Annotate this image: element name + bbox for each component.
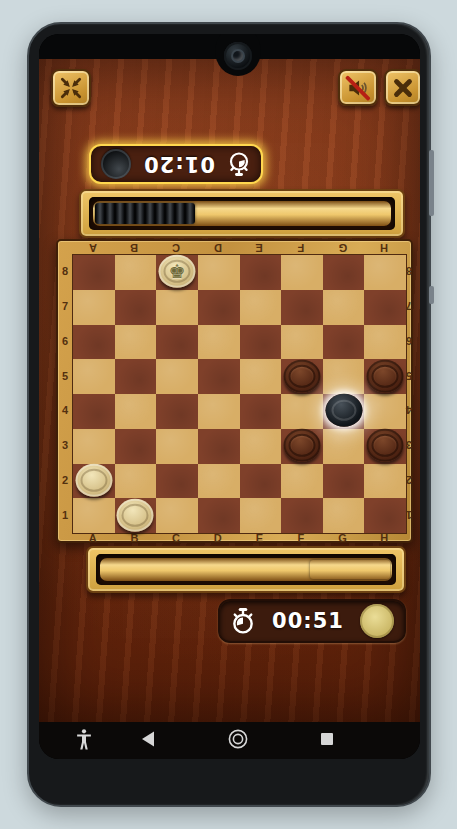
board-grid: ♚	[72, 254, 407, 534]
file-label-bottom-G: G	[338, 532, 347, 544]
square-d5[interactable]	[198, 359, 240, 394]
square-a7[interactable]	[73, 290, 115, 325]
rank-label-right-2: 2	[406, 474, 412, 486]
square-e5[interactable]	[240, 359, 282, 394]
black-man-h5[interactable]	[367, 359, 404, 392]
square-d1[interactable]	[198, 498, 240, 533]
square-c3[interactable]	[156, 429, 198, 464]
square-a2[interactable]	[73, 464, 115, 499]
white-player-timer: 00:51	[218, 599, 406, 643]
square-c7[interactable]	[156, 290, 198, 325]
square-e7[interactable]	[240, 290, 282, 325]
square-g3[interactable]	[323, 429, 365, 464]
recents-icon[interactable]	[320, 732, 334, 750]
square-a1[interactable]	[73, 498, 115, 533]
square-a5[interactable]	[73, 359, 115, 394]
square-h3[interactable]	[364, 429, 406, 464]
close-icon	[391, 76, 415, 100]
file-label-bottom-C: C	[172, 532, 180, 544]
tray-well	[89, 197, 395, 230]
phone-body: 01:20 ♚ AABBCCDDEEFFGGHH8877665544332211	[27, 22, 431, 807]
square-e4[interactable]	[240, 394, 282, 429]
black-pieces-stack	[95, 203, 195, 224]
square-c5[interactable]	[156, 359, 198, 394]
rank-label-left-7: 7	[62, 300, 68, 312]
cream-pieces-stack	[310, 560, 390, 579]
square-e2[interactable]	[240, 464, 282, 499]
square-c1[interactable]	[156, 498, 198, 533]
black-player-timer: 01:20	[89, 144, 263, 184]
square-g4[interactable]	[323, 394, 365, 429]
file-label-bottom-D: D	[214, 532, 222, 544]
volume-button[interactable]	[429, 150, 434, 216]
king-crown-icon: ♚	[159, 255, 196, 288]
rank-label-right-5: 5	[406, 370, 412, 382]
square-e1[interactable]	[240, 498, 282, 533]
square-b8[interactable]	[115, 255, 157, 290]
square-g1[interactable]	[323, 498, 365, 533]
square-h6[interactable]	[364, 325, 406, 360]
android-navbar	[39, 722, 420, 759]
square-g2[interactable]	[323, 464, 365, 499]
close-button[interactable]	[384, 69, 420, 106]
square-d2[interactable]	[198, 464, 240, 499]
mute-button[interactable]	[338, 69, 378, 106]
accessibility-icon[interactable]	[73, 727, 95, 755]
rank-label-right-8: 8	[406, 265, 412, 277]
square-d8[interactable]	[198, 255, 240, 290]
square-h2[interactable]	[364, 464, 406, 499]
home-icon[interactable]	[227, 728, 249, 754]
square-g7[interactable]	[323, 290, 365, 325]
rank-label-right-3: 3	[406, 439, 412, 451]
rank-label-left-6: 6	[62, 335, 68, 347]
rank-label-left-4: 4	[62, 404, 68, 416]
square-f1[interactable]	[281, 498, 323, 533]
white-timer-value: 00:51	[272, 609, 344, 633]
captured-tray-top	[79, 189, 405, 238]
file-label-top-C: C	[172, 242, 180, 254]
black-man-h3[interactable]	[367, 429, 404, 462]
checkers-board: ♚ AABBCCDDEEFFGGHH8877665544332211	[56, 239, 413, 543]
square-f7[interactable]	[281, 290, 323, 325]
front-camera-icon	[224, 42, 252, 70]
square-c2[interactable]	[156, 464, 198, 499]
square-g6[interactable]	[323, 325, 365, 360]
white-king-c8[interactable]: ♚	[159, 255, 196, 288]
square-c4[interactable]	[156, 394, 198, 429]
square-b6[interactable]	[115, 325, 157, 360]
rank-label-right-1: 1	[406, 509, 412, 521]
file-label-bottom-H: H	[380, 532, 388, 544]
file-label-top-H: H	[380, 242, 388, 254]
black-man-f3[interactable]	[283, 429, 320, 462]
square-f4[interactable]	[281, 394, 323, 429]
black-man-f5[interactable]	[283, 359, 320, 392]
stopwatch-icon	[230, 607, 256, 636]
square-f8[interactable]	[281, 255, 323, 290]
file-label-top-G: G	[338, 242, 347, 254]
fullscreen-icon	[58, 75, 84, 101]
square-d7[interactable]	[198, 290, 240, 325]
rank-label-left-8: 8	[62, 265, 68, 277]
file-label-top-A: A	[89, 242, 97, 254]
square-h1[interactable]	[364, 498, 406, 533]
square-d4[interactable]	[198, 394, 240, 429]
gold-checker-icon	[360, 604, 394, 638]
square-b4[interactable]	[115, 394, 157, 429]
square-a6[interactable]	[73, 325, 115, 360]
game-surface: 01:20 ♚ AABBCCDDEEFFGGHH8877665544332211	[39, 59, 420, 722]
square-e3[interactable]	[240, 429, 282, 464]
square-e8[interactable]	[240, 255, 282, 290]
file-label-bottom-A: A	[89, 532, 97, 544]
square-b3[interactable]	[115, 429, 157, 464]
file-label-top-F: F	[298, 242, 305, 254]
file-label-top-B: B	[130, 242, 138, 254]
desktop-background: { "game": "checkers", "scene": { "device…	[0, 0, 457, 829]
square-f5[interactable]	[281, 359, 323, 394]
rank-label-left-5: 5	[62, 370, 68, 382]
square-h4[interactable]	[364, 394, 406, 429]
rank-label-right-6: 6	[406, 335, 412, 347]
square-a4[interactable]	[73, 394, 115, 429]
square-a3[interactable]	[73, 429, 115, 464]
file-label-bottom-E: E	[256, 532, 263, 544]
square-h5[interactable]	[364, 359, 406, 394]
square-d6[interactable]	[198, 325, 240, 360]
stopwatch-icon	[227, 151, 251, 178]
square-e6[interactable]	[240, 325, 282, 360]
square-g5[interactable]	[323, 359, 365, 394]
rank-label-right-7: 7	[406, 300, 412, 312]
square-c8[interactable]: ♚	[156, 255, 198, 290]
square-g8[interactable]	[323, 255, 365, 290]
white-man-a2[interactable]	[75, 464, 112, 497]
back-icon[interactable]	[140, 730, 156, 752]
tray-well	[96, 554, 396, 585]
square-b5[interactable]	[115, 359, 157, 394]
square-c6[interactable]	[156, 325, 198, 360]
square-h7[interactable]	[364, 290, 406, 325]
sound-muted-icon	[345, 75, 371, 101]
black-checker-icon	[101, 149, 131, 179]
black-timer-value: 01:20	[143, 152, 215, 176]
white-man-b1[interactable]	[117, 498, 154, 531]
square-b2[interactable]	[115, 464, 157, 499]
square-b7[interactable]	[115, 290, 157, 325]
square-f2[interactable]	[281, 464, 323, 499]
file-label-top-D: D	[214, 242, 222, 254]
selected-black-man-g4[interactable]	[325, 394, 362, 427]
rank-label-left-2: 2	[62, 474, 68, 486]
square-h8[interactable]	[364, 255, 406, 290]
rank-label-right-4: 4	[406, 404, 412, 416]
file-label-bottom-B: B	[130, 532, 138, 544]
square-f3[interactable]	[281, 429, 323, 464]
rank-label-left-3: 3	[62, 439, 68, 451]
captured-tray-bottom	[86, 546, 406, 593]
file-label-top-E: E	[256, 242, 263, 254]
file-label-bottom-F: F	[298, 532, 305, 544]
square-a8[interactable]	[73, 255, 115, 290]
power-button[interactable]	[429, 286, 434, 304]
square-f6[interactable]	[281, 325, 323, 360]
phone-screen: 01:20 ♚ AABBCCDDEEFFGGHH8877665544332211	[39, 34, 420, 759]
rank-label-left-1: 1	[62, 509, 68, 521]
square-d3[interactable]	[198, 429, 240, 464]
square-b1[interactable]	[115, 498, 157, 533]
fullscreen-button[interactable]	[51, 69, 91, 107]
